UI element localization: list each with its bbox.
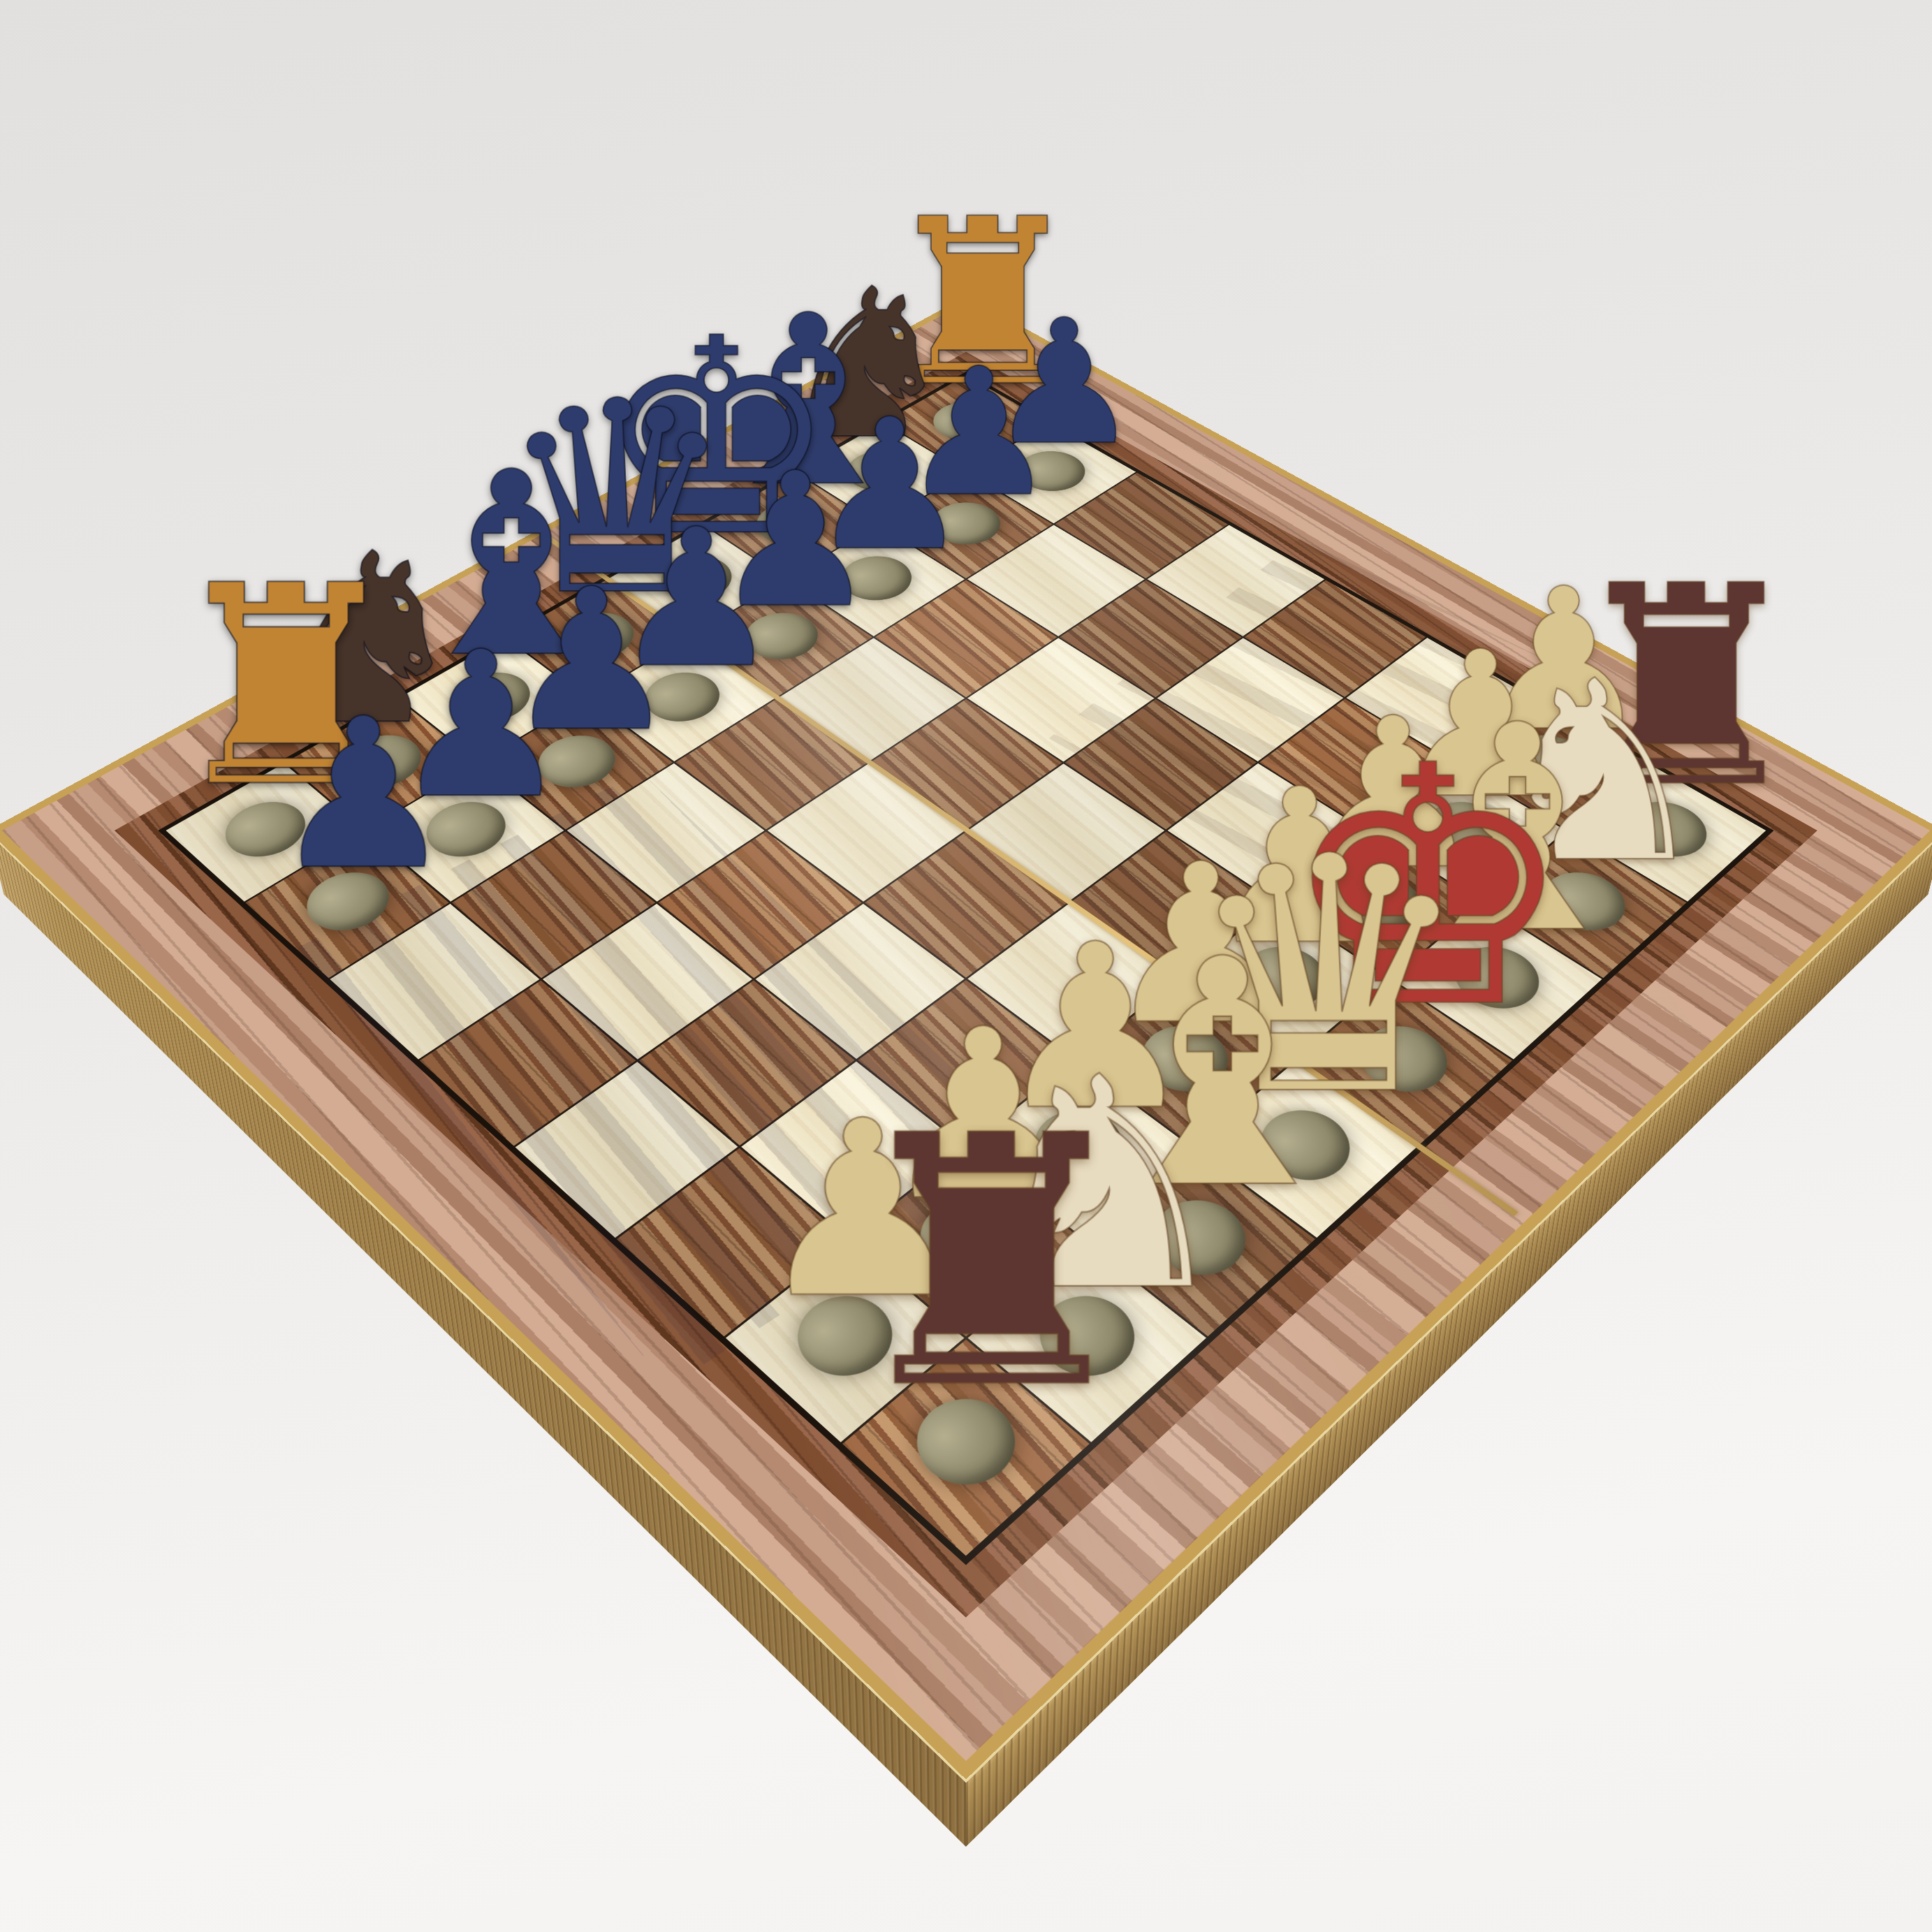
black-pawn-glyph: ♟ bbox=[270, 687, 425, 903]
chess-board: ♜♞♝♛♚♝♞♜♟♟♟♟♟♟♟♟♟♟♟♟♟♟♟♟♜♞♝♛♚♝♞♜ bbox=[0, 296, 1932, 1780]
scene: ♜♞♝♛♚♝♞♜♟♟♟♟♟♟♟♟♟♟♟♟♟♟♟♟♜♞♝♛♚♝♞♜ bbox=[0, 0, 1932, 1932]
white-rook-glyph: ♜ bbox=[837, 1085, 1095, 1443]
board-top: ♜♞♝♛♚♝♞♜♟♟♟♟♟♟♟♟♟♟♟♟♟♟♟♟♜♞♝♛♚♝♞♜ bbox=[0, 296, 1932, 1780]
